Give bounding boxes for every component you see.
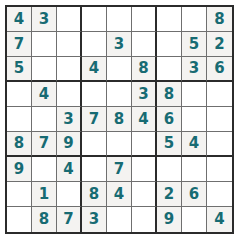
cell-r7c6-empty[interactable] (132, 157, 157, 182)
cell-r3c3-empty[interactable] (57, 57, 82, 82)
cell-r6c1-given: 8 (7, 132, 32, 157)
cell-r7c5-given: 7 (107, 157, 132, 182)
cell-r4c8-empty[interactable] (182, 82, 207, 107)
cell-r4c5-empty[interactable] (107, 82, 132, 107)
cell-r9c1-empty[interactable] (7, 207, 32, 232)
cell-r7c8-empty[interactable] (182, 157, 207, 182)
cell-r7c7-empty[interactable] (157, 157, 182, 182)
cell-r1c7-empty[interactable] (157, 7, 182, 32)
cell-r8c1-empty[interactable] (7, 182, 32, 207)
cell-r5c9-empty[interactable] (207, 107, 232, 132)
cell-r5c4-given: 7 (82, 107, 107, 132)
cell-r6c7-given: 5 (157, 132, 182, 157)
cell-r7c1-given: 9 (7, 157, 32, 182)
cell-r5c8-empty[interactable] (182, 107, 207, 132)
cell-r7c3-given: 4 (57, 157, 82, 182)
cell-r5c5-given: 8 (107, 107, 132, 132)
cell-r6c4-empty[interactable] (82, 132, 107, 157)
cell-r3c4-given: 4 (82, 57, 107, 82)
cell-r3c8-given: 3 (182, 57, 207, 82)
cell-r9c2-given: 8 (32, 207, 57, 232)
cell-r6c6-empty[interactable] (132, 132, 157, 157)
cell-r6c2-given: 7 (32, 132, 57, 157)
cell-r8c6-empty[interactable] (132, 182, 157, 207)
cell-r2c8-given: 5 (182, 32, 207, 57)
cell-r7c4-empty[interactable] (82, 157, 107, 182)
cell-r9c5-empty[interactable] (107, 207, 132, 232)
cell-r3c9-given: 6 (207, 57, 232, 82)
cell-r1c3-empty[interactable] (57, 7, 82, 32)
cell-r6c5-empty[interactable] (107, 132, 132, 157)
cell-r9c7-given: 9 (157, 207, 182, 232)
cell-r3c1-given: 5 (7, 57, 32, 82)
cell-r1c6-empty[interactable] (132, 7, 157, 32)
cell-r2c3-empty[interactable] (57, 32, 82, 57)
cell-r9c4-given: 3 (82, 207, 107, 232)
cell-r4c7-given: 8 (157, 82, 182, 107)
cell-r6c3-given: 9 (57, 132, 82, 157)
cell-r4c3-empty[interactable] (57, 82, 82, 107)
cell-r3c2-empty[interactable] (32, 57, 57, 82)
cell-r8c8-given: 6 (182, 182, 207, 207)
cell-r1c4-empty[interactable] (82, 7, 107, 32)
cell-r4c6-given: 3 (132, 82, 157, 107)
cell-r3c6-given: 8 (132, 57, 157, 82)
cell-r3c5-empty[interactable] (107, 57, 132, 82)
cell-r8c7-given: 2 (157, 182, 182, 207)
page: 43873525483643837846879549471842687394 (0, 0, 240, 240)
cell-r6c9-empty[interactable] (207, 132, 232, 157)
cell-r1c9-given: 8 (207, 7, 232, 32)
cell-r9c3-given: 7 (57, 207, 82, 232)
cell-r6c8-given: 4 (182, 132, 207, 157)
cell-r2c9-given: 2 (207, 32, 232, 57)
cell-r2c7-empty[interactable] (157, 32, 182, 57)
cell-r8c5-given: 4 (107, 182, 132, 207)
cell-r1c8-empty[interactable] (182, 7, 207, 32)
cell-r1c2-given: 3 (32, 7, 57, 32)
cell-r9c6-empty[interactable] (132, 207, 157, 232)
cell-r5c3-given: 3 (57, 107, 82, 132)
cell-r7c9-empty[interactable] (207, 157, 232, 182)
cell-r2c2-empty[interactable] (32, 32, 57, 57)
cell-r9c8-empty[interactable] (182, 207, 207, 232)
cell-r8c3-empty[interactable] (57, 182, 82, 207)
cell-r3c7-empty[interactable] (157, 57, 182, 82)
cell-r8c9-empty[interactable] (207, 182, 232, 207)
cell-r1c1-given: 4 (7, 7, 32, 32)
cell-r5c2-empty[interactable] (32, 107, 57, 132)
cell-r2c6-empty[interactable] (132, 32, 157, 57)
cell-r1c5-empty[interactable] (107, 7, 132, 32)
cell-r2c4-empty[interactable] (82, 32, 107, 57)
cell-r4c1-empty[interactable] (7, 82, 32, 107)
cell-r2c1-given: 7 (7, 32, 32, 57)
cell-r5c1-empty[interactable] (7, 107, 32, 132)
cell-r4c9-empty[interactable] (207, 82, 232, 107)
cell-r5c6-given: 4 (132, 107, 157, 132)
cell-r8c2-given: 1 (32, 182, 57, 207)
cell-r2c5-given: 3 (107, 32, 132, 57)
cell-r4c2-given: 4 (32, 82, 57, 107)
cell-r4c4-empty[interactable] (82, 82, 107, 107)
cell-r7c2-empty[interactable] (32, 157, 57, 182)
cell-r9c9-given: 4 (207, 207, 232, 232)
cell-r8c4-given: 8 (82, 182, 107, 207)
sudoku-board: 43873525483643837846879549471842687394 (5, 5, 234, 234)
cell-r5c7-given: 6 (157, 107, 182, 132)
